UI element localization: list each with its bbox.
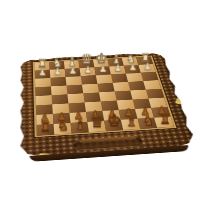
piece-cream-pawn: ♟ [144,62,152,71]
handle-bar [79,136,136,143]
piece-brown-queen: ♛ [90,114,104,130]
square-r7c1: ♞ [54,123,72,135]
square-r4c6 [130,90,148,100]
chess-case-scene: ♜♞♝♛♚♝♞♜♟♟♟♟♟♟♟♟♟♟♟♟♟♟♟♟♜♞♝♛♚♝♞♜ [21,14,179,200]
piece-brown-knight: ♞ [143,114,155,127]
piece-brown-rook: ♜ [159,113,170,126]
brass-clasp-right [175,98,183,105]
product-photo-stage: ♜♞♝♛♚♝♞♜♟♟♟♟♟♟♟♟♟♟♟♟♟♟♟♟♜♞♝♛♚♝♞♜ [0,0,200,200]
square-r7c0: ♜ [37,124,55,136]
square-r7c7: ♜ [154,117,174,128]
square-r4c0 [36,95,53,105]
piece-cream-pawn: ♟ [99,64,107,73]
square-r7c2: ♝ [71,122,89,134]
piece-cream-pawn: ♟ [54,67,63,76]
chess-case: ♜♞♝♛♚♝♞♜♟♟♟♟♟♟♟♟♟♟♟♟♟♟♟♟♜♞♝♛♚♝♞♜ [20,51,197,158]
piece-brown-rook: ♜ [40,121,52,134]
piece-brown-bishop: ♝ [125,114,137,128]
square-r7c5: ♝ [121,119,140,130]
piece-cream-pawn: ♟ [84,65,92,74]
piece-cream-pawn: ♟ [129,63,137,72]
piece-cream-pawn: ♟ [69,66,77,75]
piece-brown-knight: ♞ [57,120,69,133]
piece-brown-bishop: ♝ [74,117,87,131]
chess-board: ♜♞♝♛♚♝♞♜♟♟♟♟♟♟♟♟♟♟♟♟♟♟♟♟♜♞♝♛♚♝♞♜ [35,56,174,135]
piece-cream-pawn: ♟ [38,68,47,78]
square-r3c2 [66,85,83,95]
piece-cream-pawn: ♟ [114,64,122,73]
square-r4c5 [115,91,133,101]
piece-brown-king: ♚ [107,113,121,129]
